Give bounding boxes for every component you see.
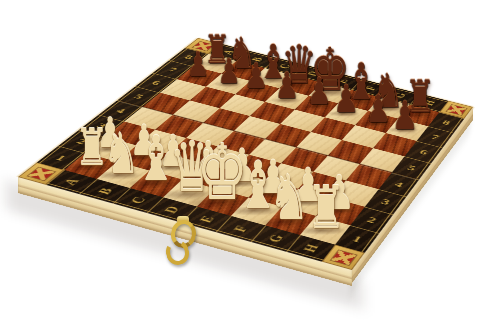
piece-white-knight: ♞	[261, 167, 317, 229]
pawn-icon: ♟	[275, 68, 299, 104]
piece-black-bishop: ♝	[252, 38, 294, 85]
piece-black-pawn: ♟	[271, 68, 303, 104]
king-icon: ♚	[310, 40, 349, 99]
pawn-icon: ♟	[306, 74, 331, 111]
piece-white-pawn: ♟	[318, 169, 360, 216]
pieces-layer: ♜♞♟♝♟♛♟♚♟♝♟♞♟♜♟♟♟♟♜♟♞♟♝♟♛♟♚♟♝♟♞♜	[0, 0, 500, 325]
piece-black-rook: ♜	[400, 75, 440, 120]
piece-white-bishop: ♝	[229, 153, 287, 218]
piece-white-pawn: ♟	[125, 120, 163, 162]
knight-icon: ♞	[372, 66, 403, 113]
king-icon: ♚	[196, 134, 247, 211]
piece-black-queen: ♛	[275, 39, 323, 92]
brass-latch	[163, 216, 199, 264]
piece-white-bishop: ♝	[129, 128, 185, 190]
rook-icon: ♜	[306, 178, 345, 237]
piece-white-rook: ♜	[69, 122, 115, 173]
piece-white-pawn: ♟	[154, 130, 193, 173]
piece-black-knight: ♞	[367, 66, 409, 113]
pawn-icon: ♟	[227, 144, 257, 189]
piece-black-pawn: ♟	[329, 80, 363, 118]
rook-icon: ♜	[405, 75, 435, 120]
piece-black-pawn: ♟	[214, 54, 244, 88]
bishop-icon: ♝	[136, 128, 177, 190]
pawn-icon: ♟	[257, 154, 288, 200]
pawn-icon: ♟	[130, 120, 158, 162]
piece-black-bishop: ♝	[339, 57, 384, 107]
pawn-icon: ♟	[96, 113, 123, 154]
piece-white-knight: ♞	[96, 125, 146, 181]
piece-black-pawn: ♟	[361, 89, 395, 127]
piece-white-pawn: ♟	[222, 144, 262, 189]
pawn-icon: ♟	[244, 59, 267, 94]
chess-set-product-photo: ABCDEFGH ABCDEFGH 12345678 12345678 ♜♞♟♝…	[0, 0, 500, 325]
piece-white-king: ♚	[187, 134, 256, 211]
piece-black-king: ♚	[304, 40, 357, 99]
knight-icon: ♞	[268, 167, 309, 229]
piece-black-knight: ♞	[223, 32, 262, 75]
pawn-icon: ♟	[218, 54, 241, 88]
piece-black-pawn: ♟	[183, 47, 213, 81]
piece-black-rook: ♜	[200, 29, 235, 68]
bishop-icon: ♝	[345, 57, 378, 107]
knight-icon: ♞	[228, 32, 257, 75]
rook-icon: ♜	[204, 29, 230, 68]
pawn-icon: ♟	[293, 162, 324, 208]
pawn-icon: ♟	[187, 47, 210, 81]
piece-white-pawn: ♟	[252, 154, 293, 200]
piece-black-pawn: ♟	[388, 95, 423, 134]
piece-white-pawn: ♟	[188, 137, 227, 181]
piece-white-pawn: ♟	[92, 113, 129, 154]
queen-icon: ♛	[281, 39, 316, 92]
pawn-icon: ♟	[193, 137, 222, 181]
pawn-icon: ♟	[323, 169, 354, 216]
queen-icon: ♛	[169, 133, 215, 202]
piece-white-queen: ♛	[161, 133, 223, 202]
pawn-icon: ♟	[392, 95, 418, 134]
pawn-icon: ♟	[159, 130, 188, 173]
pawn-icon: ♟	[365, 89, 390, 127]
pawn-icon: ♟	[333, 80, 358, 118]
bishop-icon: ♝	[236, 153, 279, 218]
piece-white-pawn: ♟	[287, 162, 328, 208]
piece-white-rook: ♜	[299, 178, 352, 237]
piece-black-pawn: ♟	[240, 59, 271, 94]
piece-black-pawn: ♟	[302, 74, 335, 111]
rook-icon: ♜	[75, 122, 109, 173]
knight-icon: ♞	[103, 125, 140, 181]
bishop-icon: ♝	[257, 38, 288, 85]
